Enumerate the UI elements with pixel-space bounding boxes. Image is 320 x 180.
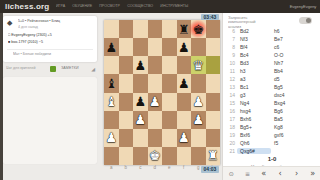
toggle-knob (306, 18, 311, 23)
square-b5[interactable] (119, 74, 134, 92)
move-black[interactable]: Nh7 (271, 60, 305, 66)
piece-white-pawn-f2[interactable]: ♟ (177, 129, 192, 147)
piece-white-rook-h1[interactable]: ♜ (206, 147, 221, 165)
square-d7[interactable] (148, 38, 163, 56)
white-player-link[interactable]: □ EvgenyEvgeny (2305) +5 (8, 33, 52, 37)
move-number: 17 (224, 116, 237, 122)
square-h4[interactable] (206, 93, 221, 111)
square-f2[interactable]: ♟ (177, 129, 192, 147)
square-c5[interactable] (133, 74, 148, 92)
move-row: 9Bc4O-O (224, 51, 320, 59)
move-number: 7 (224, 36, 237, 42)
move-number: 15 (224, 100, 237, 106)
square-d3[interactable] (148, 111, 163, 129)
piece-black-pawn-c4[interactable]: ♟ (133, 93, 148, 111)
coord-file-f: f (177, 165, 192, 170)
chat-toolbar: Чат для зрителей ЗАМЕТКИ ◢ (3, 64, 97, 74)
black-clock-badge: 03:43 (201, 14, 219, 21)
move-black[interactable]: dxc4 (271, 92, 305, 98)
username-link[interactable]: EvgenyEvgeny (289, 4, 316, 9)
square-g4[interactable]: ♟ (191, 93, 206, 111)
move-white[interactable]: Bf4 (237, 44, 271, 50)
square-a3[interactable] (104, 111, 119, 129)
coord-file-b: b (119, 165, 134, 170)
square-a8[interactable] (104, 20, 119, 38)
chat-toggle[interactable] (50, 66, 56, 72)
move-white[interactable]: Bc1 (237, 84, 271, 90)
move-black[interactable]: d5 (271, 76, 305, 82)
move-white[interactable]: Qxg6# (237, 148, 271, 154)
square-h5[interactable] (206, 74, 221, 92)
move-black[interactable]: Bg6 (271, 108, 305, 114)
square-d8[interactable] (148, 20, 163, 38)
move-black[interactable]: f5 (271, 140, 305, 146)
square-c6[interactable]: ♟ (133, 56, 148, 74)
resize-icon[interactable]: ◢ (91, 66, 95, 72)
square-b1[interactable] (119, 147, 134, 165)
first-move-button[interactable]: « (256, 167, 272, 180)
square-a5[interactable]: ♝ (104, 74, 119, 92)
menu-icon[interactable]: ≡ (239, 167, 255, 180)
next-move-button[interactable]: › (288, 167, 304, 180)
move-row: 8Bf4c6 (224, 43, 320, 51)
move-white[interactable]: Nf3 (237, 36, 271, 42)
move-black[interactable]: Bg5 (271, 84, 305, 90)
square-b8[interactable] (119, 20, 134, 38)
square-e5[interactable] (162, 74, 177, 92)
square-d5[interactable] (148, 74, 163, 92)
move-number: 10 (224, 60, 237, 66)
move-number: 18 (224, 124, 237, 130)
white-player-label: EvgenyEvgeny (2305) +5 (11, 33, 52, 37)
move-white[interactable]: Bd2 (237, 28, 271, 34)
square-g7[interactable] (191, 38, 206, 56)
piece-black-rook-f8[interactable]: ♜ (177, 20, 192, 38)
move-number: 9 (224, 52, 237, 58)
tab-notes[interactable]: ЗАМЕТКИ (61, 66, 79, 70)
coord-file-c: c (133, 165, 148, 170)
move-white[interactable]: Qh6 (237, 140, 271, 146)
square-h1[interactable]: ♜ (206, 147, 221, 165)
cycle-icon[interactable]: ⊙ (223, 167, 239, 180)
square-h7[interactable] (206, 38, 221, 56)
nav-item-3[interactable]: ПРОСМОТР (99, 4, 120, 8)
move-row: 10Bd3Nh7 (224, 59, 320, 67)
game-meta-card: ◆ 5+0 • Рейтинговая • Блиц 4 дня назад □… (3, 16, 97, 62)
move-row: 17Bxh6Ba5 (224, 115, 320, 123)
move-white[interactable]: a3 (237, 76, 271, 82)
lichess-logo[interactable]: lichess.org (5, 2, 49, 11)
move-number: 8 (224, 44, 237, 50)
white-bullet-icon: □ (8, 33, 10, 37)
square-h2[interactable] (206, 129, 221, 147)
square-h3[interactable] (206, 111, 221, 129)
black-bullet-icon: ■ (8, 40, 10, 44)
coord-file-a: a (104, 165, 119, 170)
square-a6[interactable] (104, 56, 119, 74)
square-g8[interactable]: ♚ (191, 20, 206, 38)
move-white[interactable]: Bd3 (237, 60, 271, 66)
move-number: 13 (224, 84, 237, 90)
square-f7[interactable]: ♟ (177, 38, 192, 56)
lichess-game-page: lichess.org ИГРАОБУЧЕНИЕПРОСМОТРСООБЩЕСТ… (0, 0, 320, 180)
coord-file-e: e (162, 165, 177, 170)
square-b3[interactable] (119, 111, 134, 129)
square-d2[interactable] (148, 129, 163, 147)
move-black[interactable]: Bb4 (271, 68, 305, 74)
square-g1[interactable] (191, 147, 206, 165)
nav-item-4[interactable]: СООБЩЕСТВО (127, 4, 153, 8)
square-e7[interactable] (162, 38, 177, 56)
replay-controls: ⊙ ≡ « ‹ › » (223, 166, 320, 180)
move-black[interactable]: Bxg4 (271, 100, 305, 106)
move-white[interactable]: h3 (237, 68, 271, 74)
move-black[interactable]: gxf6 (271, 132, 305, 138)
move-black[interactable]: Kg8 (271, 124, 305, 130)
move-row: 13Bc1Bg5 (224, 83, 320, 91)
main-nav: ИГРАОБУЧЕНИЕПРОСМОТРСООБЩЕСТВОИНСТРУМЕНТ… (56, 4, 188, 8)
nav-item-2[interactable]: ОБУЧЕНИЕ (72, 4, 92, 8)
move-number: 20 (224, 140, 237, 146)
piece-black-pawn-f7[interactable]: ♟ (177, 38, 192, 56)
square-c4[interactable]: ♟ (133, 93, 148, 111)
move-number: 6 (224, 28, 237, 34)
move-row: 14g3dxc4 (224, 91, 320, 99)
square-b6[interactable] (119, 56, 134, 74)
analysis-toggle[interactable] (299, 17, 312, 24)
move-number: 19 (224, 132, 237, 138)
move-black[interactable]: Ba5 (271, 116, 305, 122)
game-date: 4 дня назад (18, 25, 38, 29)
piece-white-pawn-g4[interactable]: ♟ (191, 93, 206, 111)
piece-white-pawn-c3[interactable]: ♟ (133, 111, 148, 129)
square-f4[interactable] (177, 93, 192, 111)
move-row: 21Qxg6# (224, 147, 320, 155)
result-note: Мат • Белые победили (13, 52, 51, 56)
square-a2[interactable]: ♟ (104, 129, 119, 147)
piece-white-queen-g6[interactable]: ♛ (191, 56, 206, 74)
divider (7, 49, 93, 50)
move-white[interactable]: Bc4 (237, 52, 271, 58)
square-g2[interactable] (191, 129, 206, 147)
square-e3[interactable] (162, 111, 177, 129)
move-white[interactable]: Bg5+ (237, 124, 271, 130)
move-black[interactable]: O-O (271, 52, 305, 58)
square-e2[interactable] (162, 129, 177, 147)
square-a4[interactable]: ♝ (104, 93, 119, 111)
piece-white-pawn-g3[interactable]: ♟ (191, 111, 206, 129)
square-d4[interactable]: ♟ (148, 93, 163, 111)
move-row: 6Bd2h6 (224, 27, 320, 35)
square-b7[interactable] (119, 38, 134, 56)
move-white[interactable]: Bxh6 (237, 116, 271, 122)
nav-item-5[interactable]: ИНСТРУМЕНТЫ (160, 4, 188, 8)
square-b4[interactable] (119, 93, 134, 111)
coord-file-d: d (148, 165, 163, 170)
square-g5[interactable] (191, 74, 206, 92)
square-f1[interactable] (177, 147, 192, 165)
square-f8[interactable]: ♜ (177, 20, 192, 38)
analysis-panel: Запросить компьютерный анализ 6Bd2h67Nf3… (222, 13, 320, 180)
square-f6[interactable] (177, 56, 192, 74)
move-row: 20Qh6f5 (224, 139, 320, 147)
move-white[interactable]: Ng4 (237, 100, 271, 106)
move-number: 11 (224, 68, 237, 74)
square-h8[interactable] (206, 20, 221, 38)
move-black[interactable]: h6 (271, 28, 305, 34)
square-h6[interactable] (206, 56, 221, 74)
square-e4[interactable] (162, 93, 177, 111)
last-move-button[interactable]: » (305, 167, 320, 180)
move-white[interactable]: Bxf6 (237, 132, 271, 138)
square-c3[interactable]: ♟ (133, 111, 148, 129)
prev-move-button[interactable]: ‹ (272, 167, 288, 180)
move-row: 11h3Bb4 (224, 67, 320, 75)
move-row: 18Bg5+Kg8 (224, 123, 320, 131)
piece-black-bishop-a5[interactable]: ♝ (104, 74, 119, 92)
square-a1[interactable] (104, 147, 119, 165)
move-row: 12a3d5 (224, 75, 320, 83)
move-row: 7Nf3Be7 (224, 35, 320, 43)
move-number: 16 (224, 108, 237, 114)
game-result: 1-0 (223, 156, 320, 162)
square-b2[interactable] (119, 129, 134, 147)
black-player-label: boo-1797 (2010) −5 (11, 40, 43, 44)
square-g6[interactable]: ♛ (191, 56, 206, 74)
move-row: 15Ng4Bxg4 (224, 99, 320, 107)
piece-black-pawn-c6[interactable]: ♟ (133, 56, 148, 74)
chat-panel[interactable] (3, 77, 97, 164)
move-number: 14 (224, 92, 237, 98)
square-d1[interactable]: ♚ (148, 147, 163, 165)
square-c7[interactable] (133, 38, 148, 56)
square-e1[interactable] (162, 147, 177, 165)
square-c2[interactable] (133, 129, 148, 147)
piece-black-king-g8[interactable]: ♚ (191, 20, 206, 38)
nav-item-1[interactable]: ИГРА (56, 4, 65, 8)
black-player-link[interactable]: ■ boo-1797 (2010) −5 (8, 40, 43, 44)
move-number: 12 (224, 76, 237, 82)
square-f3[interactable] (177, 111, 192, 129)
white-clock-badge: 04:03 (201, 166, 219, 173)
move-black[interactable]: Be7 (271, 36, 305, 42)
square-g3[interactable]: ♟ (191, 111, 206, 129)
piece-white-king-d1[interactable]: ♚ (148, 147, 163, 165)
piece-black-pawn-a7[interactable]: ♟ (104, 38, 119, 56)
square-e8[interactable] (162, 20, 177, 38)
time-control-label: 5+0 • Рейтинговая • Блиц (18, 19, 60, 23)
piece-white-bishop-a4[interactable]: ♝ (104, 93, 119, 111)
square-e6[interactable] (162, 56, 177, 74)
piece-black-pawn-f5[interactable]: ♟ (177, 74, 192, 92)
move-row: 19Bxf6gxf6 (224, 131, 320, 139)
move-white[interactable]: hxg4 (237, 108, 271, 114)
square-d6[interactable] (148, 56, 163, 74)
move-list: 6Bd2h67Nf3Be78Bf4c69Bc4O-O10Bd3Nh711h3Bb… (224, 27, 320, 155)
square-c8[interactable] (133, 20, 148, 38)
piece-white-pawn-a2[interactable]: ♟ (104, 129, 119, 147)
move-number: 21 (224, 148, 237, 154)
piece-white-pawn-d4[interactable]: ♟ (148, 93, 163, 111)
square-f5[interactable]: ♟ (177, 74, 192, 92)
move-black[interactable]: c6 (271, 44, 305, 50)
blitz-icon: ◆ (7, 19, 12, 27)
chess-board: ♜♚♟♟♟♛♝♟♝♟♟♟♟♟♟♟♚♜ (104, 20, 220, 165)
site-header: lichess.org ИГРАОБУЧЕНИЕПРОСМОТРСООБЩЕСТ… (0, 0, 320, 13)
move-row: 16hxg4Bg6 (224, 107, 320, 115)
move-white[interactable]: g3 (237, 92, 271, 98)
square-a7[interactable]: ♟ (104, 38, 119, 56)
square-c1[interactable] (133, 147, 148, 165)
chat-label: Чат для зрителей (6, 66, 35, 70)
